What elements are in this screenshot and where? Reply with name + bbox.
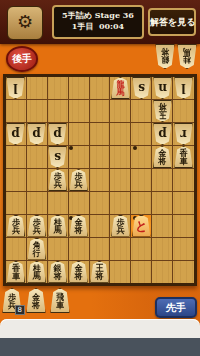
- piece-kanji: r: [180, 127, 186, 142]
- piece-kanji: 銀: [161, 56, 169, 64]
- app-screen: ⚙ 5手詰め Stage 36 1手目 00:04 解答を見る 後手 銀将桂馬 …: [0, 0, 200, 356]
- board-cell[interactable]: 玉将: [152, 100, 173, 123]
- piece-kanji: s: [54, 150, 61, 165]
- board-cell[interactable]: [27, 146, 48, 169]
- board-cell[interactable]: [152, 238, 173, 261]
- board-cell[interactable]: [6, 146, 27, 169]
- board-cell[interactable]: [27, 100, 48, 123]
- piece-kanji: 将: [75, 272, 83, 280]
- shogi-piece-sente-G[interactable]: 金将: [69, 261, 88, 283]
- shogi-piece-sente-P[interactable]: 歩兵: [48, 169, 67, 191]
- board-cell[interactable]: [110, 192, 131, 215]
- shogi-piece-gote-p[interactable]: p: [27, 123, 46, 145]
- board-cell[interactable]: s: [131, 77, 152, 100]
- hand-piece-slot: 銀将: [155, 44, 175, 69]
- shogi-piece-sente-L[interactable]: 香車: [6, 261, 25, 283]
- piece-count-badge: 8: [15, 305, 25, 315]
- board-cell[interactable]: 角行: [27, 238, 48, 261]
- top-bar: ⚙ 5手詰め Stage 36 1手目 00:04 解答を見る: [0, 0, 200, 44]
- shogi-piece-sente-G[interactable]: 金将: [26, 288, 46, 313]
- shogi-piece-gote-N[interactable]: 桂馬: [177, 44, 197, 69]
- board-cell[interactable]: [131, 100, 152, 123]
- shogi-piece-gote-p[interactable]: p: [6, 123, 25, 145]
- piece-kanji: 馬: [116, 88, 124, 96]
- board-cell[interactable]: [173, 100, 194, 123]
- board-cell[interactable]: [69, 77, 90, 100]
- board-cell[interactable]: [27, 192, 48, 215]
- shogi-piece-sente-R[interactable]: 飛車: [50, 288, 70, 313]
- shogi-piece-gote-l[interactable]: l: [174, 77, 193, 99]
- board-cell[interactable]: [69, 192, 90, 215]
- gote-hand-tray: 銀将桂馬: [155, 44, 197, 69]
- shogi-piece-sente-P[interactable]: 歩兵: [27, 215, 46, 237]
- board-cell[interactable]: [131, 192, 152, 215]
- move-and-timer: 1手目 00:04: [54, 21, 142, 32]
- board-cell[interactable]: [27, 77, 48, 100]
- board-cell[interactable]: [6, 192, 27, 215]
- shogi-piece-sente-P[interactable]: 歩兵: [69, 169, 88, 191]
- board-cell[interactable]: p: [48, 123, 69, 146]
- board-cell[interactable]: [48, 77, 69, 100]
- shogi-piece-sente-S[interactable]: 銀将: [48, 261, 67, 283]
- piece-kanji: n: [158, 81, 167, 96]
- sente-hand-tray: 歩兵8金将飛車: [2, 288, 70, 313]
- piece-kanji: p: [158, 127, 166, 142]
- board-cell[interactable]: p: [152, 123, 173, 146]
- board-cell[interactable]: [90, 123, 111, 146]
- board-cell[interactable]: [48, 192, 69, 215]
- piece-kanji: p: [54, 127, 62, 142]
- board-cell[interactable]: [90, 169, 111, 192]
- shogi-piece-gote-r[interactable]: r: [174, 123, 193, 145]
- board-cell[interactable]: [69, 146, 90, 169]
- board-cell[interactable]: [131, 123, 152, 146]
- board-cell[interactable]: l: [6, 77, 27, 100]
- board-cell[interactable]: [152, 261, 173, 284]
- board-cell[interactable]: [69, 100, 90, 123]
- board-cell[interactable]: [69, 123, 90, 146]
- stage-info-panel: 5手詰め Stage 36 1手目 00:04: [52, 5, 144, 39]
- gear-icon: ⚙: [17, 11, 33, 32]
- board-cell[interactable]: [90, 146, 111, 169]
- shogi-piece-gote-s[interactable]: s: [132, 77, 151, 99]
- board-cell[interactable]: [90, 192, 111, 215]
- board-cell[interactable]: [48, 238, 69, 261]
- piece-kanji: 車: [56, 300, 64, 308]
- piece-kanji: 馬: [54, 225, 62, 233]
- piece-kanji: l: [14, 81, 19, 96]
- android-nav-bar: [0, 338, 200, 356]
- shogi-piece-sente-G[interactable]: 金将: [153, 146, 172, 168]
- board-cell[interactable]: [69, 238, 90, 261]
- board-cell[interactable]: 金将: [69, 261, 90, 284]
- board-cell[interactable]: 歩兵: [48, 169, 69, 192]
- board-cell[interactable]: [110, 169, 131, 192]
- gote-player-badge: 後手: [6, 46, 38, 72]
- shogi-piece-gote-n[interactable]: n: [153, 77, 172, 99]
- board-cell[interactable]: [6, 238, 27, 261]
- piece-kanji: s: [138, 81, 145, 96]
- shogi-piece-gote-S[interactable]: 銀将: [155, 44, 175, 69]
- move-counter: 1手目: [72, 21, 94, 31]
- shogi-piece-sente-P[interactable]: 歩兵: [111, 215, 130, 237]
- board-cell[interactable]: [110, 238, 131, 261]
- hand-piece-slot: 飛車: [50, 288, 70, 313]
- settings-button[interactable]: ⚙: [7, 6, 43, 40]
- board-cell[interactable]: n: [152, 77, 173, 100]
- board-cell[interactable]: 歩兵: [27, 215, 48, 238]
- shogi-piece-sente-G[interactable]: 金将: [69, 215, 88, 237]
- piece-kanji: と: [135, 218, 147, 233]
- piece-kanji: l: [181, 81, 186, 96]
- board-cell[interactable]: [6, 169, 27, 192]
- board-cell[interactable]: [27, 169, 48, 192]
- piece-kanji: 将: [95, 272, 103, 280]
- board-cell[interactable]: [152, 169, 173, 192]
- sente-player-badge: 先手: [155, 297, 197, 318]
- board-cell[interactable]: [110, 123, 131, 146]
- board-cell[interactable]: 銀将: [48, 261, 69, 284]
- piece-kanji: 兵: [54, 180, 62, 188]
- board-cell[interactable]: 歩兵: [69, 169, 90, 192]
- board-cell[interactable]: [110, 146, 131, 169]
- piece-kanji: p: [12, 127, 20, 142]
- board-cell[interactable]: 香車: [173, 146, 194, 169]
- piece-kanji: 行: [33, 248, 41, 256]
- piece-kanji: 車: [180, 157, 188, 165]
- board-cell[interactable]: [90, 100, 111, 123]
- board-cell[interactable]: l: [173, 77, 194, 100]
- board-cell[interactable]: [6, 100, 27, 123]
- piece-kanji: 桂: [183, 56, 191, 64]
- shogi-piece-gote-l[interactable]: l: [6, 77, 25, 99]
- timer: 00:04: [99, 21, 124, 31]
- board-cell[interactable]: [90, 77, 111, 100]
- board-cell[interactable]: [173, 238, 194, 261]
- shogi-piece-sente-N[interactable]: 桂馬: [48, 215, 67, 237]
- shogi-piece-sente-K[interactable]: 王将: [90, 261, 109, 283]
- piece-kanji: 兵: [116, 225, 124, 233]
- piece-kanji: p: [33, 127, 41, 142]
- piece-kanji: 将: [32, 300, 40, 308]
- board-cell[interactable]: [110, 261, 131, 284]
- hand-piece-slot: 桂馬: [177, 44, 197, 69]
- stage-title: 5手詰め Stage 36: [54, 9, 142, 21]
- ad-banner-strip: [0, 319, 200, 338]
- piece-kanji: 車: [12, 272, 20, 280]
- hand-piece-slot: 歩兵8: [2, 288, 22, 313]
- board-cell[interactable]: [131, 146, 152, 169]
- board-cell[interactable]: 桂馬: [27, 261, 48, 284]
- piece-kanji: 兵: [33, 225, 41, 233]
- board-cell[interactable]: [131, 238, 152, 261]
- piece-kanji: 将: [158, 103, 166, 111]
- piece-kanji: 将: [161, 48, 169, 56]
- piece-kanji: 馬: [33, 272, 41, 280]
- board-cell[interactable]: 金将: [152, 146, 173, 169]
- shogi-piece-sente-B[interactable]: 角行: [27, 238, 46, 260]
- shogi-piece-sente-N[interactable]: 桂馬: [27, 261, 46, 283]
- piece-kanji: 将: [54, 272, 62, 280]
- piece-kanji: 将: [75, 225, 83, 233]
- board-cell[interactable]: 歩兵: [110, 215, 131, 238]
- shogi-piece-sente-L[interactable]: 香車: [174, 146, 193, 168]
- board-cell[interactable]: [152, 192, 173, 215]
- shogi-piece-sente-pP[interactable]: と: [132, 215, 151, 237]
- board-cell[interactable]: [173, 192, 194, 215]
- board-cell[interactable]: p: [27, 123, 48, 146]
- show-answer-button[interactable]: 解答を見る: [148, 8, 196, 36]
- shogi-piece-gote-p[interactable]: p: [48, 123, 67, 145]
- board-cell[interactable]: 王将: [90, 261, 111, 284]
- hand-piece-slot: 金将: [26, 288, 46, 313]
- board-cell[interactable]: [131, 169, 152, 192]
- board-cell[interactable]: [90, 238, 111, 261]
- shogi-piece-sente-P[interactable]: 歩兵: [6, 215, 25, 237]
- piece-kanji: 将: [158, 157, 166, 165]
- shogi-piece-gote-k[interactable]: 玉将: [153, 100, 172, 122]
- board-cell[interactable]: 香車: [6, 261, 27, 284]
- board-cell[interactable]: s: [48, 146, 69, 169]
- board-cell[interactable]: [131, 261, 152, 284]
- shogi-piece-gote-p[interactable]: p: [153, 123, 172, 145]
- board-cell[interactable]: 龍馬: [110, 77, 131, 100]
- piece-kanji: 兵: [12, 225, 20, 233]
- shogi-piece-sente-pB[interactable]: 龍馬: [111, 77, 130, 99]
- board-cell[interactable]: 桂馬: [48, 215, 69, 238]
- piece-kanji: 兵: [75, 180, 83, 188]
- board-cell[interactable]: r: [173, 123, 194, 146]
- board-cell[interactable]: と: [131, 215, 152, 238]
- board-cell[interactable]: [173, 169, 194, 192]
- board-cell[interactable]: 金将: [69, 215, 90, 238]
- board-cell[interactable]: [90, 215, 111, 238]
- board-cell[interactable]: p: [6, 123, 27, 146]
- board-cell[interactable]: [152, 215, 173, 238]
- board-cell[interactable]: [110, 100, 131, 123]
- shogi-piece-gote-s[interactable]: s: [48, 146, 67, 168]
- board-cell[interactable]: [173, 261, 194, 284]
- piece-kanji: 馬: [183, 48, 191, 56]
- shogi-board[interactable]: l龍馬snl玉将pppprs金将香車歩兵歩兵歩兵歩兵桂馬金将歩兵と角行香車桂馬銀…: [3, 74, 197, 286]
- board-cell[interactable]: [48, 100, 69, 123]
- board-cell[interactable]: 歩兵: [6, 215, 27, 238]
- board-cell[interactable]: [173, 215, 194, 238]
